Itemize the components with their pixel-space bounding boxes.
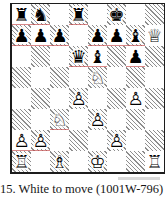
square-b5: [31, 67, 50, 88]
black-knight: ♞: [32, 4, 48, 25]
square-e7: ♟: [88, 25, 107, 46]
square-h2: [145, 130, 164, 151]
square-g8: [126, 4, 145, 25]
puzzle-caption: 15. White to move (1001W-796): [0, 182, 166, 197]
white-pawn: ♙: [70, 88, 86, 109]
square-g3: [126, 109, 145, 130]
white-pawn: ♙: [108, 130, 124, 151]
square-b3: [31, 109, 50, 130]
square-e6: ♝: [88, 46, 107, 67]
square-a8: ♜: [12, 4, 31, 25]
square-b2: ♙: [31, 130, 50, 151]
black-bishop: ♝: [127, 25, 143, 46]
square-d1: [69, 151, 88, 172]
white-pawn: ♙: [13, 130, 29, 151]
white-rook: ♖: [13, 151, 29, 172]
black-pawn: ♟: [127, 46, 143, 67]
white-pawn: ♙: [89, 109, 105, 130]
chess-board: ♜♞♜♚♟♟♟♟♟♝♕♛♝♟♘♙♙♘♙♙♙♙♖♗♔♖: [12, 4, 164, 172]
square-f6: [107, 46, 126, 67]
black-pawn: ♟: [108, 25, 124, 46]
square-b8: ♞: [31, 4, 50, 25]
white-rook: ♖: [146, 151, 162, 172]
square-c2: [50, 130, 69, 151]
square-g7: ♝: [126, 25, 145, 46]
black-king: ♚: [108, 4, 124, 25]
square-a2: ♙: [12, 130, 31, 151]
square-b6: [31, 46, 50, 67]
square-g4: ♙: [126, 88, 145, 109]
square-a1: ♖: [12, 151, 31, 172]
square-g1: [126, 151, 145, 172]
square-d5: [69, 67, 88, 88]
square-a4: [12, 88, 31, 109]
white-pawn: ♙: [127, 88, 143, 109]
square-d3: [69, 109, 88, 130]
square-c1: ♗: [50, 151, 69, 172]
square-a6: [12, 46, 31, 67]
square-e4: [88, 88, 107, 109]
square-h1: ♖: [145, 151, 164, 172]
scanned-chess-diagram-page: ♜♞♜♚♟♟♟♟♟♝♕♛♝♟♘♙♙♘♙♙♙♙♖♗♔♖ 15. White to …: [0, 0, 166, 200]
square-d4: ♙: [69, 88, 88, 109]
square-f1: [107, 151, 126, 172]
square-g6: ♟: [126, 46, 145, 67]
square-f8: ♚: [107, 4, 126, 25]
white-pawn: ♙: [32, 130, 48, 151]
square-d8: ♜: [69, 4, 88, 25]
square-b1: [31, 151, 50, 172]
white-bishop: ♗: [51, 151, 67, 172]
chess-board-frame: ♜♞♜♚♟♟♟♟♟♝♕♛♝♟♘♙♙♘♙♙♙♙♖♗♔♖: [10, 3, 165, 174]
black-queen: ♛: [70, 46, 86, 67]
square-b7: ♟: [31, 25, 50, 46]
square-c4: [50, 88, 69, 109]
square-g2: [126, 130, 145, 151]
white-knight: ♘: [89, 67, 105, 88]
square-c8: [50, 4, 69, 25]
square-f4: [107, 88, 126, 109]
square-e2: [88, 130, 107, 151]
scan-smudge: [118, 177, 160, 180]
square-h8: [145, 4, 164, 25]
square-e5: ♘: [88, 67, 107, 88]
square-d6: ♛: [69, 46, 88, 67]
square-e8: [88, 4, 107, 25]
black-pawn: ♟: [32, 25, 48, 46]
square-e3: ♙: [88, 109, 107, 130]
square-c6: [50, 46, 69, 67]
square-h7: ♕: [145, 25, 164, 46]
square-f7: ♟: [107, 25, 126, 46]
square-d2: [69, 130, 88, 151]
square-h3: [145, 109, 164, 130]
square-c3: ♘: [50, 109, 69, 130]
square-f2: ♙: [107, 130, 126, 151]
square-b4: [31, 88, 50, 109]
square-c7: ♟: [50, 25, 69, 46]
square-f3: [107, 109, 126, 130]
square-a7: ♟: [12, 25, 31, 46]
black-bishop: ♝: [89, 46, 105, 67]
black-rook: ♜: [13, 4, 29, 25]
black-pawn: ♟: [13, 25, 29, 46]
square-h4: [145, 88, 164, 109]
square-e1: ♔: [88, 151, 107, 172]
black-pawn: ♟: [51, 25, 67, 46]
square-h5: [145, 67, 164, 88]
black-pawn: ♟: [89, 25, 105, 46]
black-rook: ♜: [70, 4, 86, 25]
white-queen: ♕: [146, 25, 162, 46]
square-h6: [145, 46, 164, 67]
white-king: ♔: [89, 151, 105, 172]
square-c5: [50, 67, 69, 88]
square-d7: [69, 25, 88, 46]
square-f5: [107, 67, 126, 88]
square-g5: [126, 67, 145, 88]
square-a3: [12, 109, 31, 130]
square-a5: [12, 67, 31, 88]
white-knight: ♘: [51, 109, 67, 130]
